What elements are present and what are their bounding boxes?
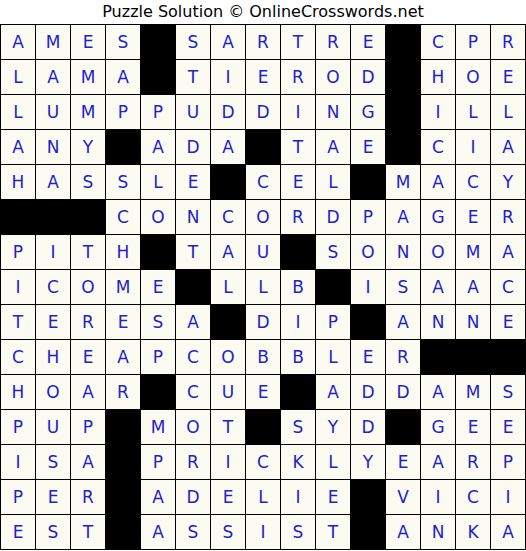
grid-cell: S bbox=[176, 515, 211, 550]
grid-cell: S bbox=[316, 235, 351, 270]
grid-cell: M bbox=[386, 165, 421, 200]
grid-cell: O bbox=[246, 200, 281, 235]
grid-cell: L bbox=[1, 60, 36, 95]
grid-cell: O bbox=[176, 410, 211, 445]
grid-cell: U bbox=[176, 95, 211, 130]
grid-cell: E bbox=[176, 165, 211, 200]
grid-cell: N bbox=[386, 235, 421, 270]
black-cell bbox=[316, 270, 351, 305]
black-cell bbox=[141, 235, 176, 270]
grid-cell: I bbox=[421, 480, 456, 515]
grid-cell: A bbox=[491, 130, 526, 165]
grid-cell: E bbox=[71, 25, 106, 60]
grid-cell: E bbox=[246, 60, 281, 95]
grid-cell: I bbox=[1, 445, 36, 480]
grid-cell: P bbox=[141, 340, 176, 375]
grid-cell: L bbox=[316, 445, 351, 480]
page-title: Puzzle Solution © OnlineCrosswords.net bbox=[0, 0, 526, 24]
grid-cell: V bbox=[386, 480, 421, 515]
grid-cell: P bbox=[456, 25, 491, 60]
grid-cell: T bbox=[71, 235, 106, 270]
grid-cell: C bbox=[456, 165, 491, 200]
grid-cell: E bbox=[316, 480, 351, 515]
grid-cell: E bbox=[351, 130, 386, 165]
grid-cell: T bbox=[71, 515, 106, 550]
grid-cell: A bbox=[491, 235, 526, 270]
black-cell bbox=[36, 200, 71, 235]
grid-cell: E bbox=[351, 340, 386, 375]
grid-cell: I bbox=[281, 95, 316, 130]
grid-cell: E bbox=[491, 410, 526, 445]
grid-cell: L bbox=[491, 95, 526, 130]
grid-cell: A bbox=[421, 445, 456, 480]
grid-cell: D bbox=[386, 375, 421, 410]
grid-cell: S bbox=[71, 165, 106, 200]
grid-cell: I bbox=[281, 305, 316, 340]
grid-cell: A bbox=[456, 270, 491, 305]
black-cell bbox=[1, 200, 36, 235]
grid-cell: L bbox=[316, 165, 351, 200]
black-cell bbox=[211, 305, 246, 340]
grid-cell: A bbox=[316, 130, 351, 165]
grid-cell: E bbox=[491, 60, 526, 95]
grid-cell: Y bbox=[316, 410, 351, 445]
grid-cell: M bbox=[71, 95, 106, 130]
grid-cell: O bbox=[71, 270, 106, 305]
grid-cell: C bbox=[176, 375, 211, 410]
grid-cell: D bbox=[316, 200, 351, 235]
grid-cell: I bbox=[421, 95, 456, 130]
grid-cell: S bbox=[106, 165, 141, 200]
grid-cell: E bbox=[71, 340, 106, 375]
black-cell bbox=[386, 60, 421, 95]
grid-cell: H bbox=[36, 340, 71, 375]
grid-cell: L bbox=[246, 270, 281, 305]
grid-cell: D bbox=[351, 410, 386, 445]
black-cell bbox=[351, 305, 386, 340]
grid-cell: A bbox=[421, 270, 456, 305]
grid-cell: T bbox=[1, 305, 36, 340]
grid-cell: E bbox=[281, 165, 316, 200]
black-cell bbox=[386, 410, 421, 445]
grid-cell: O bbox=[141, 200, 176, 235]
grid-cell: E bbox=[36, 480, 71, 515]
grid-cell: A bbox=[421, 375, 456, 410]
grid-cell: E bbox=[456, 410, 491, 445]
grid-cell: T bbox=[176, 60, 211, 95]
grid-cell: N bbox=[421, 515, 456, 550]
black-cell bbox=[386, 130, 421, 165]
grid-cell: D bbox=[351, 60, 386, 95]
grid-cell: O bbox=[211, 340, 246, 375]
grid-cell: S bbox=[211, 515, 246, 550]
black-cell bbox=[106, 515, 141, 550]
grid-cell: A bbox=[106, 340, 141, 375]
black-cell bbox=[106, 480, 141, 515]
grid-cell: I bbox=[1, 270, 36, 305]
black-cell bbox=[106, 130, 141, 165]
grid-cell: T bbox=[281, 130, 316, 165]
grid-cell: E bbox=[456, 200, 491, 235]
grid-cell: P bbox=[351, 200, 386, 235]
grid-cell: A bbox=[316, 375, 351, 410]
grid-cell: D bbox=[176, 480, 211, 515]
grid-cell: A bbox=[36, 60, 71, 95]
grid-cell: D bbox=[246, 305, 281, 340]
grid-cell: N bbox=[36, 130, 71, 165]
crossword-solution-page: Puzzle Solution © OnlineCrosswords.net A… bbox=[0, 0, 526, 551]
grid-cell: P bbox=[71, 410, 106, 445]
black-cell bbox=[141, 25, 176, 60]
grid-cell: T bbox=[281, 25, 316, 60]
grid-cell: O bbox=[421, 235, 456, 270]
grid-cell: E bbox=[351, 25, 386, 60]
grid-cell: E bbox=[36, 305, 71, 340]
grid-cell: N bbox=[456, 305, 491, 340]
grid-cell: C bbox=[456, 480, 491, 515]
grid-cell: A bbox=[421, 165, 456, 200]
grid-cell: C bbox=[246, 165, 281, 200]
grid-cell: R bbox=[491, 200, 526, 235]
grid-cell: E bbox=[211, 480, 246, 515]
black-cell bbox=[106, 410, 141, 445]
grid-cell: E bbox=[491, 305, 526, 340]
grid-cell: S bbox=[36, 515, 71, 550]
grid-cell: C bbox=[421, 25, 456, 60]
grid-cell: R bbox=[106, 375, 141, 410]
grid-cell: D bbox=[246, 95, 281, 130]
grid-cell: I bbox=[281, 480, 316, 515]
black-cell bbox=[106, 445, 141, 480]
grid-cell: I bbox=[456, 130, 491, 165]
grid-cell: A bbox=[36, 165, 71, 200]
grid-cell: B bbox=[281, 270, 316, 305]
grid-cell: R bbox=[316, 25, 351, 60]
grid-cell: I bbox=[211, 60, 246, 95]
grid-cell: I bbox=[491, 480, 526, 515]
grid-cell: T bbox=[316, 515, 351, 550]
grid-cell: S bbox=[36, 445, 71, 480]
grid-cell: P bbox=[1, 235, 36, 270]
grid-cell: D bbox=[211, 95, 246, 130]
grid-cell: A bbox=[211, 25, 246, 60]
grid-cell: P bbox=[1, 410, 36, 445]
black-cell bbox=[386, 25, 421, 60]
grid-cell: M bbox=[456, 235, 491, 270]
grid-cell: A bbox=[491, 515, 526, 550]
grid-cell: L bbox=[141, 165, 176, 200]
grid-cell: A bbox=[1, 130, 36, 165]
grid-cell: A bbox=[1, 25, 36, 60]
grid-cell: Y bbox=[351, 445, 386, 480]
grid-cell: M bbox=[456, 375, 491, 410]
grid-cell: R bbox=[246, 25, 281, 60]
grid-cell: U bbox=[211, 375, 246, 410]
grid-cell: I bbox=[211, 445, 246, 480]
grid-cell: C bbox=[211, 200, 246, 235]
grid-cell: O bbox=[36, 375, 71, 410]
grid-cell: A bbox=[211, 235, 246, 270]
grid-cell: K bbox=[456, 515, 491, 550]
grid-cell: A bbox=[71, 375, 106, 410]
grid-cell: M bbox=[106, 270, 141, 305]
grid-cell: I bbox=[351, 270, 386, 305]
grid-cell: L bbox=[211, 270, 246, 305]
grid-cell: C bbox=[1, 340, 36, 375]
grid-cell: A bbox=[141, 515, 176, 550]
grid-cell: A bbox=[211, 130, 246, 165]
grid-cell: O bbox=[351, 235, 386, 270]
grid-cell: R bbox=[71, 305, 106, 340]
grid-cell: C bbox=[421, 130, 456, 165]
grid-cell: S bbox=[281, 410, 316, 445]
black-cell bbox=[351, 515, 386, 550]
grid-cell: D bbox=[351, 375, 386, 410]
grid-cell: C bbox=[106, 200, 141, 235]
grid-cell: A bbox=[386, 305, 421, 340]
grid-cell: H bbox=[106, 235, 141, 270]
grid-cell: A bbox=[386, 200, 421, 235]
grid-cell: O bbox=[456, 60, 491, 95]
black-cell bbox=[141, 375, 176, 410]
grid-cell: L bbox=[456, 95, 491, 130]
black-cell bbox=[211, 165, 246, 200]
grid-cell: P bbox=[106, 95, 141, 130]
grid-cell: A bbox=[176, 305, 211, 340]
grid-cell: U bbox=[36, 410, 71, 445]
grid-cell: E bbox=[246, 375, 281, 410]
black-cell bbox=[421, 340, 456, 375]
grid-cell: A bbox=[141, 480, 176, 515]
grid-cell: D bbox=[176, 130, 211, 165]
black-cell bbox=[281, 375, 316, 410]
grid-cell: A bbox=[386, 515, 421, 550]
black-cell bbox=[351, 165, 386, 200]
grid-cell: Y bbox=[491, 165, 526, 200]
grid-cell: L bbox=[316, 340, 351, 375]
crossword-grid: AMESSARTRECPRLAMATIERODHOELUMPPUDDINGILL… bbox=[0, 24, 526, 550]
grid-cell: L bbox=[1, 95, 36, 130]
grid-cell: I bbox=[36, 235, 71, 270]
grid-cell: H bbox=[1, 375, 36, 410]
grid-cell: P bbox=[141, 95, 176, 130]
grid-cell: B bbox=[246, 340, 281, 375]
grid-cell: N bbox=[176, 200, 211, 235]
black-cell bbox=[456, 340, 491, 375]
grid-cell: R bbox=[281, 200, 316, 235]
grid-cell: N bbox=[421, 305, 456, 340]
grid-cell: R bbox=[281, 60, 316, 95]
grid-cell: B bbox=[281, 340, 316, 375]
black-cell bbox=[141, 60, 176, 95]
grid-cell: K bbox=[281, 445, 316, 480]
grid-cell: A bbox=[106, 60, 141, 95]
grid-cell: M bbox=[36, 25, 71, 60]
grid-cell: S bbox=[491, 375, 526, 410]
grid-cell: A bbox=[141, 130, 176, 165]
grid-cell: G bbox=[421, 200, 456, 235]
grid-cell: S bbox=[176, 25, 211, 60]
grid-cell: P bbox=[1, 480, 36, 515]
grid-cell: S bbox=[281, 515, 316, 550]
grid-cell: A bbox=[71, 445, 106, 480]
grid-cell: T bbox=[211, 410, 246, 445]
grid-cell: R bbox=[491, 25, 526, 60]
grid-cell: R bbox=[71, 480, 106, 515]
black-cell bbox=[176, 270, 211, 305]
grid-cell: C bbox=[246, 445, 281, 480]
grid-cell: M bbox=[141, 410, 176, 445]
grid-cell: E bbox=[106, 305, 141, 340]
black-cell bbox=[246, 410, 281, 445]
grid-cell: Y bbox=[71, 130, 106, 165]
grid-cell: C bbox=[491, 270, 526, 305]
grid-cell: E bbox=[1, 515, 36, 550]
grid-cell: I bbox=[246, 515, 281, 550]
grid-cell: N bbox=[316, 95, 351, 130]
grid-cell: R bbox=[456, 445, 491, 480]
black-cell bbox=[71, 200, 106, 235]
grid-cell: C bbox=[36, 270, 71, 305]
black-cell bbox=[386, 95, 421, 130]
grid-cell: C bbox=[176, 340, 211, 375]
grid-cell: S bbox=[386, 270, 421, 305]
grid-cell: U bbox=[36, 95, 71, 130]
black-cell bbox=[491, 340, 526, 375]
grid-cell: H bbox=[421, 60, 456, 95]
grid-cell: M bbox=[71, 60, 106, 95]
grid-cell: L bbox=[246, 480, 281, 515]
grid-cell: P bbox=[316, 305, 351, 340]
grid-cell: U bbox=[246, 235, 281, 270]
grid-cell: G bbox=[351, 95, 386, 130]
grid-cell: E bbox=[386, 445, 421, 480]
black-cell bbox=[351, 480, 386, 515]
black-cell bbox=[246, 130, 281, 165]
grid-cell: P bbox=[141, 445, 176, 480]
black-cell bbox=[281, 235, 316, 270]
grid-cell: O bbox=[316, 60, 351, 95]
grid-cell: S bbox=[106, 25, 141, 60]
grid-cell: E bbox=[141, 270, 176, 305]
grid-cell: R bbox=[386, 340, 421, 375]
grid-cell: G bbox=[421, 410, 456, 445]
grid-cell: R bbox=[176, 445, 211, 480]
grid-cell: H bbox=[1, 165, 36, 200]
grid-cell: P bbox=[491, 445, 526, 480]
grid-cell: S bbox=[141, 305, 176, 340]
grid-cell: T bbox=[176, 235, 211, 270]
